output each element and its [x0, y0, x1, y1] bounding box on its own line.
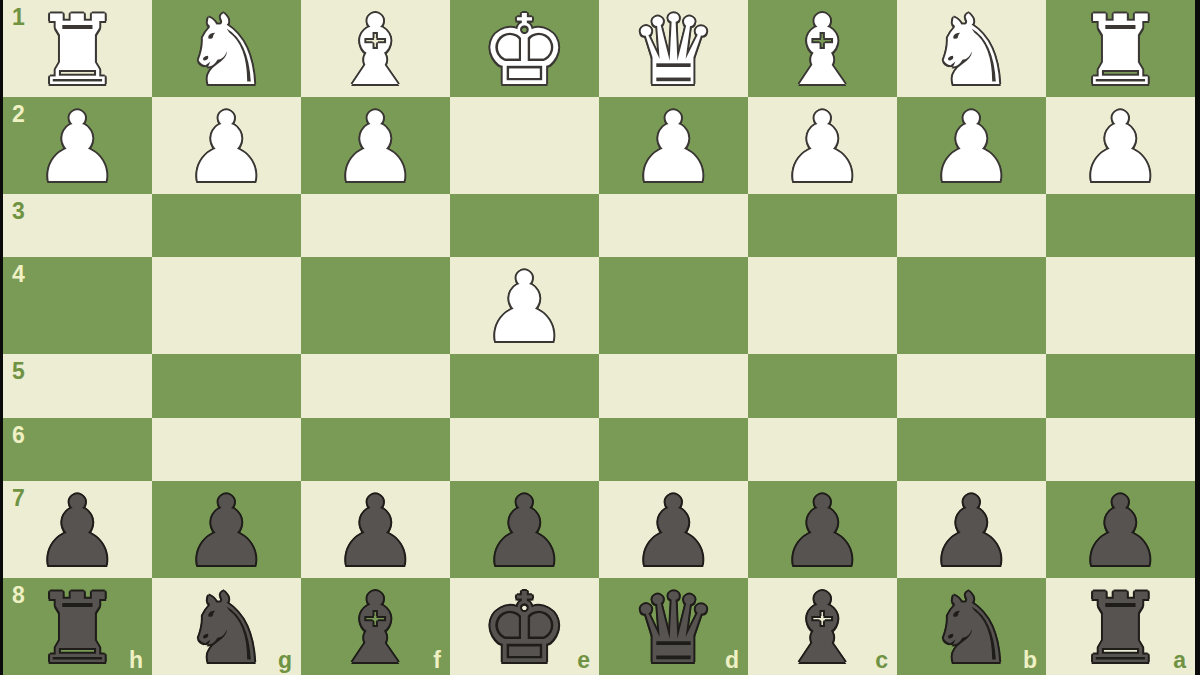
- square-f3[interactable]: [301, 194, 450, 257]
- rank-label-7: 7: [12, 487, 25, 510]
- square-d5[interactable]: [599, 354, 748, 417]
- square-h7[interactable]: 7♟: [3, 481, 152, 578]
- rank-label-3: 3: [12, 200, 25, 223]
- black-knight-piece[interactable]: ♞: [928, 580, 1015, 675]
- file-label-b: b: [1023, 649, 1037, 672]
- rank-label-1: 1: [12, 6, 25, 29]
- black-knight-piece[interactable]: ♞: [183, 580, 270, 675]
- chess-board: 1♜♞♝♚♛♝♞♜2♟♟♟♟♟♟♟34♟567♟♟♟♟♟♟♟♟8h♜g♞f♝e♚…: [3, 0, 1195, 675]
- square-f2[interactable]: ♟: [301, 97, 450, 194]
- white-rook-piece[interactable]: ♜: [34, 2, 121, 99]
- square-e2[interactable]: [450, 97, 599, 194]
- square-f8[interactable]: f♝: [301, 578, 450, 675]
- square-g1[interactable]: ♞: [152, 0, 301, 97]
- square-d8[interactable]: d♛: [599, 578, 748, 675]
- square-f6[interactable]: [301, 418, 450, 481]
- black-king-piece[interactable]: ♚: [481, 580, 568, 675]
- black-pawn-piece[interactable]: ♟: [630, 483, 717, 580]
- letterbox-right: [1195, 0, 1200, 675]
- rank-label-4: 4: [12, 263, 25, 286]
- white-pawn-piece[interactable]: ♟: [928, 99, 1015, 196]
- file-label-a: a: [1173, 649, 1186, 672]
- square-c3[interactable]: [748, 194, 897, 257]
- square-f4[interactable]: [301, 257, 450, 354]
- white-pawn-piece[interactable]: ♟: [34, 99, 121, 196]
- square-h5[interactable]: 5: [3, 354, 152, 417]
- square-d7[interactable]: ♟: [599, 481, 748, 578]
- square-b2[interactable]: ♟: [897, 97, 1046, 194]
- white-pawn-piece[interactable]: ♟: [630, 99, 717, 196]
- square-b6[interactable]: [897, 418, 1046, 481]
- square-h4[interactable]: 4: [3, 257, 152, 354]
- square-c4[interactable]: [748, 257, 897, 354]
- rank-label-5: 5: [12, 360, 25, 383]
- square-b4[interactable]: [897, 257, 1046, 354]
- square-e8[interactable]: e♚: [450, 578, 599, 675]
- square-d2[interactable]: ♟: [599, 97, 748, 194]
- black-pawn-piece[interactable]: ♟: [34, 483, 121, 580]
- square-g8[interactable]: g♞: [152, 578, 301, 675]
- square-a5[interactable]: [1046, 354, 1195, 417]
- white-knight-piece[interactable]: ♞: [928, 2, 1015, 99]
- square-a8[interactable]: a♜: [1046, 578, 1195, 675]
- white-bishop-piece[interactable]: ♝: [779, 2, 866, 99]
- square-e4[interactable]: ♟: [450, 257, 599, 354]
- black-pawn-piece[interactable]: ♟: [332, 483, 419, 580]
- square-d1[interactable]: ♛: [599, 0, 748, 97]
- square-f5[interactable]: [301, 354, 450, 417]
- square-b8[interactable]: b♞: [897, 578, 1046, 675]
- square-e5[interactable]: [450, 354, 599, 417]
- file-label-g: g: [278, 649, 292, 672]
- black-rook-piece[interactable]: ♜: [34, 580, 121, 675]
- white-knight-piece[interactable]: ♞: [183, 2, 270, 99]
- black-bishop-piece[interactable]: ♝: [332, 580, 419, 675]
- square-c6[interactable]: [748, 418, 897, 481]
- white-pawn-piece[interactable]: ♟: [183, 99, 270, 196]
- black-pawn-piece[interactable]: ♟: [928, 483, 1015, 580]
- square-h8[interactable]: 8h♜: [3, 578, 152, 675]
- white-pawn-piece[interactable]: ♟: [332, 99, 419, 196]
- square-d4[interactable]: [599, 257, 748, 354]
- white-pawn-piece[interactable]: ♟: [481, 259, 568, 356]
- black-bishop-piece[interactable]: ♝: [779, 580, 866, 675]
- white-queen-piece[interactable]: ♛: [630, 2, 717, 99]
- square-c8[interactable]: c♝: [748, 578, 897, 675]
- square-c7[interactable]: ♟: [748, 481, 897, 578]
- white-pawn-piece[interactable]: ♟: [779, 99, 866, 196]
- rank-label-6: 6: [12, 424, 25, 447]
- screenshot-root: 1♜♞♝♚♛♝♞♜2♟♟♟♟♟♟♟34♟567♟♟♟♟♟♟♟♟8h♜g♞f♝e♚…: [0, 0, 1200, 675]
- white-rook-piece[interactable]: ♜: [1077, 2, 1164, 99]
- square-h3[interactable]: 3: [3, 194, 152, 257]
- square-c5[interactable]: [748, 354, 897, 417]
- square-e7[interactable]: ♟: [450, 481, 599, 578]
- black-rook-piece[interactable]: ♜: [1077, 580, 1164, 675]
- square-g5[interactable]: [152, 354, 301, 417]
- white-king-piece[interactable]: ♚: [481, 2, 568, 99]
- square-c2[interactable]: ♟: [748, 97, 897, 194]
- square-a3[interactable]: [1046, 194, 1195, 257]
- square-f1[interactable]: ♝: [301, 0, 450, 97]
- rank-label-2: 2: [12, 103, 25, 126]
- square-b7[interactable]: ♟: [897, 481, 1046, 578]
- square-a1[interactable]: ♜: [1046, 0, 1195, 97]
- file-label-f: f: [433, 649, 441, 672]
- white-pawn-piece[interactable]: ♟: [1077, 99, 1164, 196]
- square-b5[interactable]: [897, 354, 1046, 417]
- black-pawn-piece[interactable]: ♟: [481, 483, 568, 580]
- square-h1[interactable]: 1♜: [3, 0, 152, 97]
- square-d3[interactable]: [599, 194, 748, 257]
- square-g6[interactable]: [152, 418, 301, 481]
- black-queen-piece[interactable]: ♛: [630, 580, 717, 675]
- square-g4[interactable]: [152, 257, 301, 354]
- white-bishop-piece[interactable]: ♝: [332, 2, 419, 99]
- square-h2[interactable]: 2♟: [3, 97, 152, 194]
- letterbox-left: [0, 0, 3, 675]
- file-label-d: d: [725, 649, 739, 672]
- square-b3[interactable]: [897, 194, 1046, 257]
- square-a7[interactable]: ♟: [1046, 481, 1195, 578]
- square-b1[interactable]: ♞: [897, 0, 1046, 97]
- black-pawn-piece[interactable]: ♟: [183, 483, 270, 580]
- file-label-e: e: [577, 649, 590, 672]
- square-e3[interactable]: [450, 194, 599, 257]
- square-e1[interactable]: ♚: [450, 0, 599, 97]
- square-g2[interactable]: ♟: [152, 97, 301, 194]
- file-label-c: c: [875, 649, 888, 672]
- square-g7[interactable]: ♟: [152, 481, 301, 578]
- square-d6[interactable]: [599, 418, 748, 481]
- file-label-h: h: [129, 649, 143, 672]
- square-c1[interactable]: ♝: [748, 0, 897, 97]
- black-pawn-piece[interactable]: ♟: [779, 483, 866, 580]
- square-h6[interactable]: 6: [3, 418, 152, 481]
- square-g3[interactable]: [152, 194, 301, 257]
- square-f7[interactable]: ♟: [301, 481, 450, 578]
- square-a6[interactable]: [1046, 418, 1195, 481]
- black-pawn-piece[interactable]: ♟: [1077, 483, 1164, 580]
- rank-label-8: 8: [12, 584, 25, 607]
- square-a4[interactable]: [1046, 257, 1195, 354]
- square-e6[interactable]: [450, 418, 599, 481]
- square-a2[interactable]: ♟: [1046, 97, 1195, 194]
